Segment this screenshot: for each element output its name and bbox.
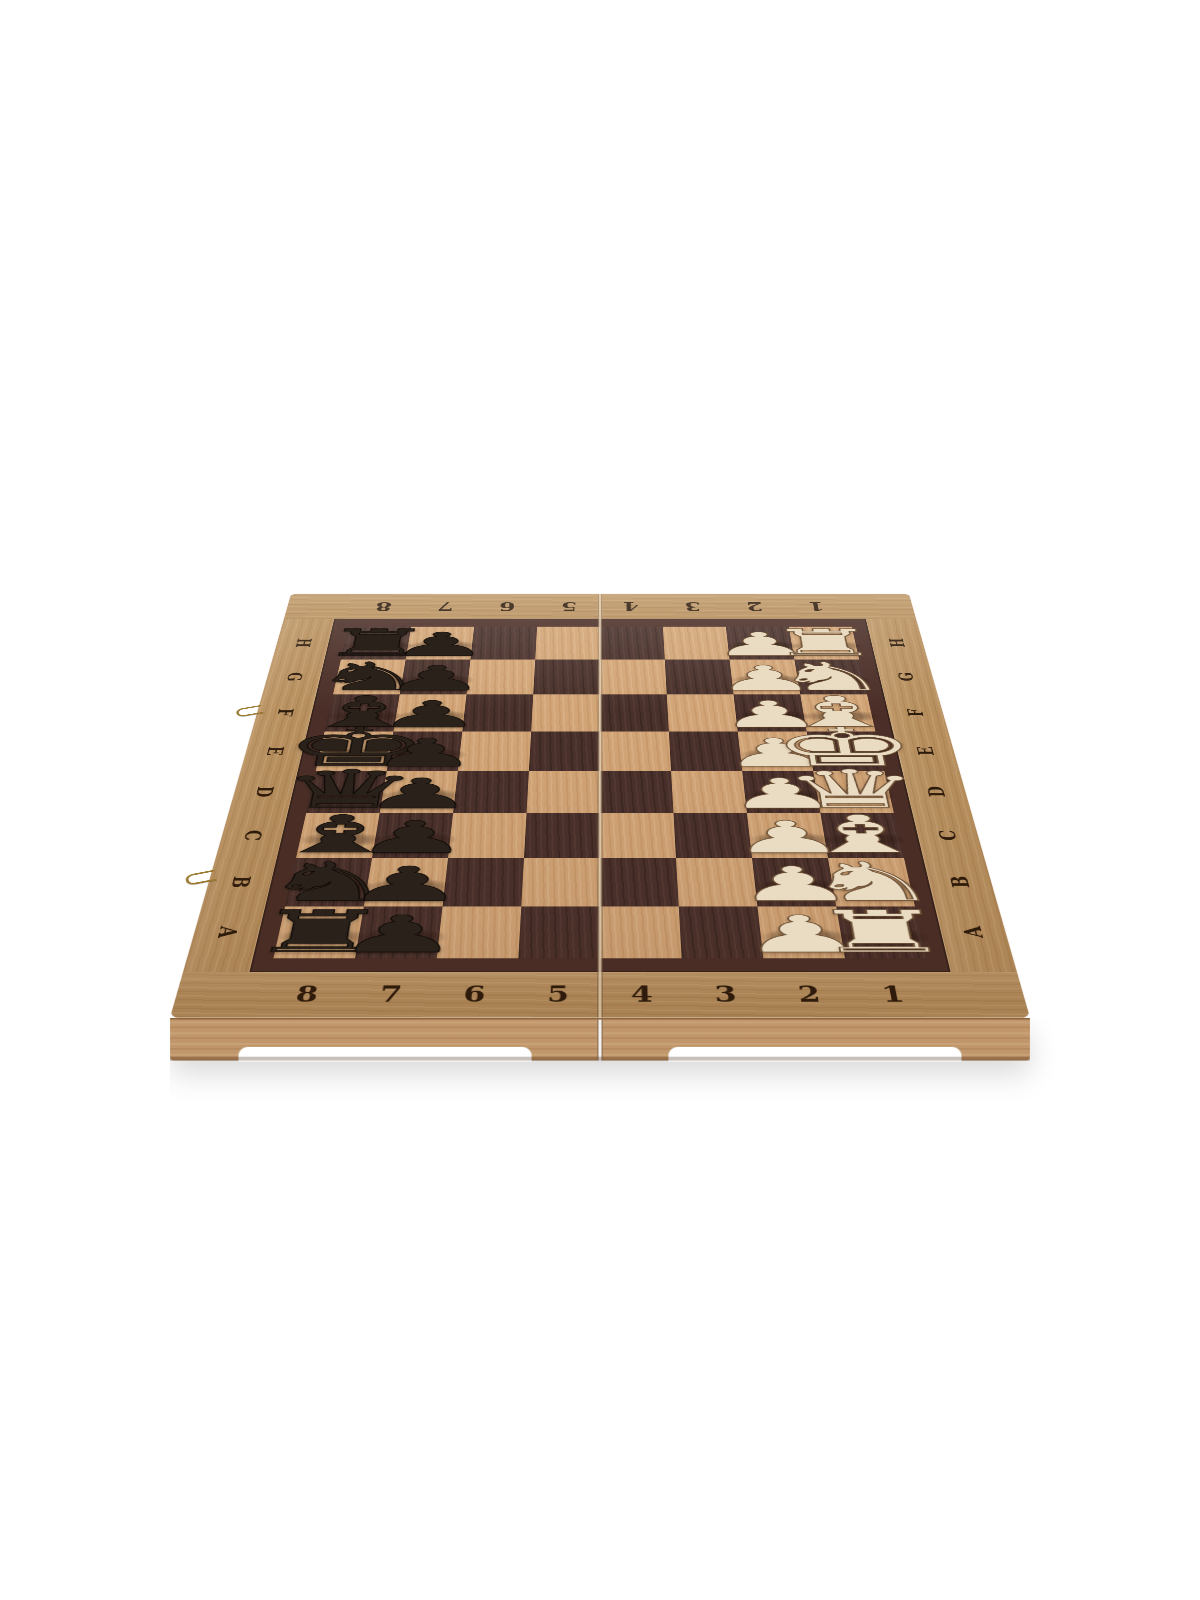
square-f5[interactable] xyxy=(531,694,600,731)
coord-back-3: 3 xyxy=(661,594,725,619)
side-fold-seam xyxy=(597,1020,603,1061)
square-e5[interactable] xyxy=(529,732,600,771)
coord-back-4: 4 xyxy=(600,594,662,619)
coord-back-8: 8 xyxy=(350,594,417,619)
coord-front-2: 2 xyxy=(765,972,855,1017)
coord-right-A: A xyxy=(928,911,1019,953)
square-g4[interactable] xyxy=(600,660,667,695)
square-b7[interactable] xyxy=(364,858,448,906)
coord-back-6: 6 xyxy=(475,594,539,619)
product-photo-stage: 8765432187654321HHGGFFEEDDCCBBAA ♜♟♟♜♞♟♟… xyxy=(0,0,1200,1600)
fold-seam xyxy=(597,594,603,1018)
square-b3[interactable] xyxy=(676,858,757,906)
square-a6[interactable] xyxy=(437,906,522,958)
square-b5[interactable] xyxy=(521,858,600,906)
square-h5[interactable] xyxy=(535,627,600,660)
coord-left-C: C xyxy=(210,817,294,853)
coord-right-B: B xyxy=(917,863,1005,902)
square-d5[interactable] xyxy=(527,771,600,813)
square-g5[interactable] xyxy=(533,660,600,695)
coord-front-7: 7 xyxy=(345,972,435,1017)
coord-front-1: 1 xyxy=(847,972,940,1017)
square-a3[interactable] xyxy=(679,906,764,958)
square-e4[interactable] xyxy=(600,732,671,771)
coord-front-8: 8 xyxy=(260,972,353,1017)
coord-left-A: A xyxy=(181,911,272,953)
square-c5[interactable] xyxy=(524,813,600,858)
white-rook-glyph: ♜ xyxy=(734,628,916,657)
square-a5[interactable] xyxy=(518,906,600,958)
square-b2[interactable] xyxy=(752,858,836,906)
coord-back-2: 2 xyxy=(722,594,787,619)
coord-left-B: B xyxy=(196,863,284,902)
square-b6[interactable] xyxy=(443,858,524,906)
square-b1[interactable] xyxy=(828,858,915,906)
square-b8[interactable] xyxy=(285,858,372,906)
coord-front-4: 4 xyxy=(600,972,685,1017)
square-a2[interactable] xyxy=(757,906,845,958)
foot-cutout-right xyxy=(668,1047,961,1062)
square-a8[interactable] xyxy=(273,906,363,958)
board-side-face xyxy=(170,1018,1030,1061)
foot-cutout-left xyxy=(238,1047,531,1062)
square-a7[interactable] xyxy=(355,906,443,958)
square-c4[interactable] xyxy=(600,813,676,858)
coord-front-5: 5 xyxy=(515,972,600,1017)
square-d4[interactable] xyxy=(600,771,673,813)
frame-band-front xyxy=(170,972,1030,1017)
coord-right-C: C xyxy=(906,817,990,853)
coord-back-1: 1 xyxy=(783,594,850,619)
square-f4[interactable] xyxy=(600,694,669,731)
square-h4[interactable] xyxy=(600,627,665,660)
coord-back-7: 7 xyxy=(413,594,478,619)
chessboard: 8765432187654321HHGGFFEEDDCCBBAA ♜♟♟♜♞♟♟… xyxy=(170,594,1030,1018)
coord-back-5: 5 xyxy=(538,594,600,619)
coord-front-3: 3 xyxy=(682,972,770,1017)
square-b4[interactable] xyxy=(600,858,679,906)
square-a4[interactable] xyxy=(600,906,682,958)
coord-front-6: 6 xyxy=(430,972,518,1017)
square-a1[interactable] xyxy=(836,906,926,958)
